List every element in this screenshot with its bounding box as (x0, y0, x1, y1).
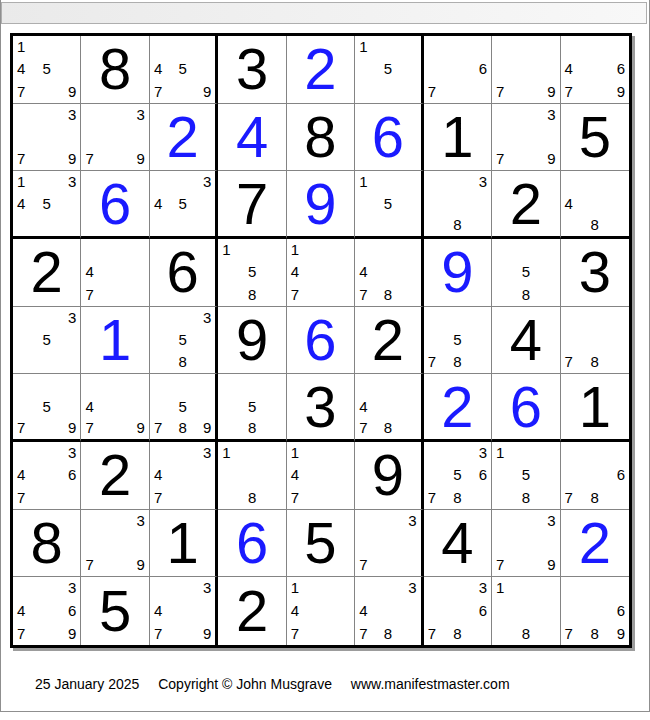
given-digit: 1 (579, 378, 611, 436)
cell-r6c6[interactable]: 478 (355, 374, 423, 442)
solved-digit: 6 (304, 311, 336, 369)
pencil-mark: 4 (17, 59, 37, 80)
pencil-marks: 358 (150, 307, 215, 374)
pencil-mark: 8 (585, 621, 605, 642)
pencil-mark: 1 (291, 241, 311, 262)
cell-r7c7[interactable]: 35678 (424, 442, 492, 510)
pencil-mark: 8 (378, 621, 397, 642)
pencil-marks: 478 (355, 374, 420, 439)
pencil-marks: 6789 (561, 577, 629, 645)
pencil-mark: 1 (496, 579, 516, 600)
cell-r9c8[interactable]: 18 (492, 577, 560, 645)
pencil-marks: 147 (287, 442, 354, 509)
given-digit: 3 (304, 378, 336, 436)
pencil-mark: 7 (85, 416, 105, 436)
cell-r3c6[interactable]: 15 (355, 171, 423, 239)
pencil-mark: 7 (428, 621, 448, 642)
pencil-mark: 7 (291, 282, 311, 303)
pencil-mark: 7 (359, 416, 378, 436)
pencil-mark: 7 (359, 621, 378, 642)
given-digit: 6 (166, 243, 198, 301)
pencil-mark: 7 (428, 79, 448, 100)
pencil-mark: 3 (467, 579, 487, 600)
pencil-mark: 4 (154, 59, 173, 80)
cell-r7c6[interactable]: 9 (355, 442, 423, 510)
pencil-marks: 347 (150, 442, 215, 509)
footer: 25 January 2025 Copyright © John Musgrav… (35, 676, 525, 692)
pencil-mark: 4 (291, 262, 311, 283)
given-digit: 8 (304, 108, 336, 166)
pencil-marks: 379 (492, 104, 559, 171)
pencil-mark: 3 (125, 106, 145, 127)
pencil-mark: 3 (467, 173, 487, 193)
top-bar (1, 2, 647, 24)
cell-r2c5[interactable]: 8 (287, 104, 355, 172)
pencil-mark: 7 (496, 553, 516, 574)
pencil-mark: 9 (192, 79, 211, 100)
cell-r9c5[interactable]: 147 (287, 577, 355, 645)
pencil-marks: 48 (561, 171, 629, 236)
pencil-mark: 5 (242, 262, 262, 283)
cell-r6c9[interactable]: 1 (561, 374, 629, 442)
pencil-mark: 6 (605, 465, 625, 486)
cell-r8c1[interactable]: 8 (13, 510, 81, 578)
pencil-marks: 4679 (561, 36, 629, 103)
cell-r2c1[interactable]: 379 (13, 104, 81, 172)
pencil-mark: 8 (447, 485, 467, 506)
pencil-mark: 6 (57, 465, 77, 486)
cell-r3c9[interactable]: 48 (561, 171, 629, 239)
cell-r3c4[interactable]: 7 (218, 171, 286, 239)
pencil-mark: 4 (17, 465, 37, 486)
pencil-mark: 4 (85, 396, 105, 416)
cell-r7c5[interactable]: 147 (287, 442, 355, 510)
cell-r6c5[interactable]: 3 (287, 374, 355, 442)
pencil-marks: 67 (424, 36, 491, 103)
pencil-mark: 9 (57, 147, 77, 168)
given-digit: 2 (372, 311, 404, 369)
pencil-mark: 4 (565, 59, 585, 80)
pencil-marks: 158 (218, 239, 285, 306)
given-digit: 5 (579, 108, 611, 166)
pencil-marks: 579 (13, 374, 80, 439)
pencil-mark: 9 (125, 416, 145, 436)
pencil-mark: 6 (605, 59, 625, 80)
cell-r1c8[interactable]: 79 (492, 36, 560, 104)
pencil-mark: 3 (57, 106, 77, 127)
cell-r2c8[interactable]: 379 (492, 104, 560, 172)
pencil-mark: 3 (125, 512, 145, 533)
pencil-mark: 4 (359, 396, 378, 416)
cell-r4c7[interactable]: 9 (424, 239, 492, 307)
footer-date: 25 January 2025 (35, 676, 139, 692)
cell-r3c7[interactable]: 38 (424, 171, 492, 239)
pencil-marks: 35678 (424, 442, 491, 509)
cell-r1c4[interactable]: 3 (218, 36, 286, 104)
cell-r3c3[interactable]: 345 (150, 171, 218, 239)
cell-r9c1[interactable]: 34679 (13, 577, 81, 645)
pencil-mark: 9 (536, 79, 556, 100)
pencil-marks: 58 (492, 239, 559, 306)
cell-r9c3[interactable]: 3479 (150, 577, 218, 645)
pencil-mark: 6 (57, 600, 77, 621)
cell-r2c9[interactable]: 5 (561, 104, 629, 172)
cell-r7c2[interactable]: 2 (81, 442, 149, 510)
pencil-mark: 9 (125, 553, 145, 574)
given-digit: 8 (31, 514, 63, 572)
pencil-mark: 7 (565, 350, 585, 371)
solved-digit: 2 (166, 108, 198, 166)
pencil-mark: 7 (359, 553, 378, 574)
pencil-marks: 34679 (13, 577, 80, 645)
pencil-mark: 9 (192, 416, 211, 436)
pencil-mark: 7 (85, 282, 105, 303)
pencil-mark: 3 (57, 173, 77, 193)
cell-r7c4[interactable]: 18 (218, 442, 286, 510)
pencil-mark: 4 (565, 193, 585, 213)
pencil-mark: 9 (57, 416, 77, 436)
pencil-mark: 8 (173, 350, 192, 371)
cell-r3c5[interactable]: 9 (287, 171, 355, 239)
pencil-marks: 14579 (13, 36, 80, 103)
given-digit: 2 (236, 582, 268, 640)
cell-r4c6[interactable]: 478 (355, 239, 423, 307)
given-digit: 4 (510, 311, 542, 369)
pencil-mark: 8 (242, 416, 262, 436)
pencil-mark: 8 (447, 350, 467, 371)
pencil-mark: 1 (359, 173, 378, 193)
given-digit: 2 (31, 243, 63, 301)
pencil-marks: 5789 (150, 374, 215, 439)
pencil-mark: 5 (516, 262, 536, 283)
pencil-mark: 3 (192, 444, 211, 465)
cell-r8c5[interactable]: 5 (287, 510, 355, 578)
cell-r4c9[interactable]: 3 (561, 239, 629, 307)
pencil-marks: 15 (355, 36, 420, 103)
solved-digit: 9 (304, 175, 336, 233)
cell-r3c1[interactable]: 1345 (13, 171, 81, 239)
pencil-mark: 5 (173, 329, 192, 350)
given-digit: 1 (166, 514, 198, 572)
cell-r1c5[interactable]: 2 (287, 36, 355, 104)
pencil-mark: 9 (536, 147, 556, 168)
pencil-mark: 3 (192, 309, 211, 330)
pencil-mark: 1 (496, 444, 516, 465)
cell-r1c3[interactable]: 4579 (150, 36, 218, 104)
pencil-marks: 37 (355, 510, 420, 577)
pencil-mark: 7 (17, 621, 37, 642)
pencil-marks: 478 (355, 239, 420, 306)
pencil-mark: 9 (125, 147, 145, 168)
pencil-mark: 4 (154, 600, 173, 621)
pencil-mark: 1 (222, 241, 242, 262)
pencil-mark: 4 (359, 600, 378, 621)
pencil-mark: 7 (154, 485, 173, 506)
pencil-mark: 8 (516, 485, 536, 506)
pencil-marks: 4579 (150, 36, 215, 103)
cell-r3c2[interactable]: 6 (81, 171, 149, 239)
pencil-mark: 1 (222, 444, 242, 465)
solved-digit: 2 (441, 378, 473, 436)
pencil-mark: 7 (85, 553, 105, 574)
pencil-mark: 5 (447, 465, 467, 486)
pencil-marks: 18 (492, 577, 559, 645)
pencil-mark: 7 (154, 621, 173, 642)
pencil-mark: 3 (57, 579, 77, 600)
pencil-mark: 7 (85, 147, 105, 168)
cell-r1c6[interactable]: 15 (355, 36, 423, 104)
cell-r6c4[interactable]: 58 (218, 374, 286, 442)
pencil-mark: 5 (37, 59, 57, 80)
pencil-mark: 4 (17, 193, 37, 213)
pencil-mark: 7 (17, 416, 37, 436)
pencil-mark: 8 (242, 282, 262, 303)
given-digit: 7 (236, 175, 268, 233)
pencil-mark: 1 (291, 444, 311, 465)
pencil-mark: 3 (536, 106, 556, 127)
pencil-mark: 5 (173, 396, 192, 416)
pencil-marks: 3479 (150, 577, 215, 645)
cell-r6c2[interactable]: 479 (81, 374, 149, 442)
cell-r5c6[interactable]: 2 (355, 307, 423, 375)
pencil-marks: 47 (81, 239, 148, 306)
cell-r5c4[interactable]: 9 (218, 307, 286, 375)
pencil-mark: 1 (359, 38, 378, 59)
cell-r2c4[interactable]: 4 (218, 104, 286, 172)
cell-r9c7[interactable]: 3678 (424, 577, 492, 645)
pencil-mark: 3 (398, 579, 417, 600)
pencil-mark: 8 (447, 621, 467, 642)
pencil-marks: 147 (287, 239, 354, 306)
pencil-mark: 1 (291, 579, 311, 600)
solved-digit: 6 (510, 378, 542, 436)
given-digit: 5 (99, 582, 131, 640)
cell-r4c5[interactable]: 147 (287, 239, 355, 307)
cell-r8c8[interactable]: 379 (492, 510, 560, 578)
pencil-marks: 147 (287, 577, 354, 645)
cell-r4c2[interactable]: 47 (81, 239, 149, 307)
pencil-marks: 18 (218, 442, 285, 509)
cell-r4c4[interactable]: 158 (218, 239, 286, 307)
pencil-mark: 3 (57, 444, 77, 465)
cell-r3c8[interactable]: 2 (492, 171, 560, 239)
pencil-mark: 7 (565, 79, 585, 100)
pencil-mark: 7 (17, 147, 37, 168)
cell-r5c7[interactable]: 578 (424, 307, 492, 375)
footer-copyright: Copyright © John Musgrave (158, 676, 332, 692)
solved-digit: 9 (441, 243, 473, 301)
cell-r8c7[interactable]: 4 (424, 510, 492, 578)
pencil-mark: 1 (17, 173, 37, 193)
pencil-mark: 6 (467, 59, 487, 80)
cell-r2c7[interactable]: 1 (424, 104, 492, 172)
cell-r8c4[interactable]: 6 (218, 510, 286, 578)
cell-r8c2[interactable]: 379 (81, 510, 149, 578)
pencil-mark: 7 (359, 282, 378, 303)
solved-digit: 6 (236, 514, 268, 572)
pencil-marks: 3467 (13, 442, 80, 509)
pencil-marks: 158 (492, 442, 559, 509)
given-digit: 2 (510, 175, 542, 233)
pencil-marks: 58 (218, 374, 285, 439)
pencil-mark: 6 (467, 465, 487, 486)
cell-r8c3[interactable]: 1 (150, 510, 218, 578)
pencil-mark: 7 (496, 79, 516, 100)
pencil-mark: 7 (565, 485, 585, 506)
pencil-mark: 8 (516, 621, 536, 642)
cell-r1c1[interactable]: 14579 (13, 36, 81, 104)
cell-r1c9[interactable]: 4679 (561, 36, 629, 104)
pencil-mark: 7 (291, 621, 311, 642)
cell-r9c4[interactable]: 2 (218, 577, 286, 645)
cell-r1c2[interactable]: 8 (81, 36, 149, 104)
pencil-marks: 379 (13, 104, 80, 171)
cell-r2c2[interactable]: 379 (81, 104, 149, 172)
pencil-marks: 345 (150, 171, 215, 236)
pencil-mark: 5 (37, 396, 57, 416)
pencil-mark: 5 (37, 193, 57, 213)
given-digit: 3 (579, 243, 611, 301)
cell-r4c1[interactable]: 2 (13, 239, 81, 307)
pencil-mark: 3 (536, 512, 556, 533)
pencil-marks: 379 (81, 510, 148, 577)
pencil-marks: 3678 (424, 577, 491, 645)
pencil-mark: 5 (447, 329, 467, 350)
pencil-marks: 379 (81, 104, 148, 171)
pencil-mark: 5 (516, 465, 536, 486)
pencil-mark: 4 (154, 193, 173, 213)
cell-r2c3[interactable]: 2 (150, 104, 218, 172)
cell-r2c6[interactable]: 6 (355, 104, 423, 172)
cell-r9c6[interactable]: 3478 (355, 577, 423, 645)
solved-digit: 2 (579, 514, 611, 572)
pencil-marks: 678 (561, 442, 629, 509)
pencil-marks: 3478 (355, 577, 420, 645)
solved-digit: 1 (99, 311, 131, 369)
pencil-mark: 8 (378, 416, 397, 436)
pencil-marks: 379 (492, 510, 559, 577)
cell-r5c1[interactable]: 35 (13, 307, 81, 375)
pencil-marks: 578 (424, 307, 491, 374)
cell-r9c2[interactable]: 5 (81, 577, 149, 645)
given-digit: 9 (236, 311, 268, 369)
pencil-mark: 4 (291, 465, 311, 486)
cell-r5c3[interactable]: 358 (150, 307, 218, 375)
pencil-mark: 8 (585, 485, 605, 506)
cell-r5c2[interactable]: 1 (81, 307, 149, 375)
pencil-mark: 5 (173, 59, 192, 80)
cell-r8c9[interactable]: 2 (561, 510, 629, 578)
footer-website: www.manifestmaster.com (351, 676, 510, 692)
cell-r8c6[interactable]: 37 (355, 510, 423, 578)
pencil-mark: 7 (496, 147, 516, 168)
pencil-mark: 7 (154, 416, 173, 436)
cell-r4c8[interactable]: 58 (492, 239, 560, 307)
cell-r5c9[interactable]: 78 (561, 307, 629, 375)
given-digit: 1 (441, 108, 473, 166)
pencil-mark: 8 (585, 350, 605, 371)
cell-r7c8[interactable]: 158 (492, 442, 560, 510)
pencil-marks: 79 (492, 36, 559, 103)
pencil-mark: 8 (516, 282, 536, 303)
cell-r6c7[interactable]: 2 (424, 374, 492, 442)
solved-digit: 4 (236, 108, 268, 166)
pencil-mark: 4 (85, 262, 105, 283)
pencil-mark: 7 (428, 485, 448, 506)
pencil-mark: 7 (428, 350, 448, 371)
pencil-mark: 3 (467, 444, 487, 465)
cell-r6c3[interactable]: 5789 (150, 374, 218, 442)
pencil-mark: 7 (565, 621, 585, 642)
pencil-mark: 9 (57, 621, 77, 642)
solved-digit: 6 (99, 175, 131, 233)
cell-r4c3[interactable]: 6 (150, 239, 218, 307)
pencil-mark: 3 (57, 309, 77, 330)
cell-r7c9[interactable]: 678 (561, 442, 629, 510)
pencil-mark: 3 (192, 173, 211, 193)
given-digit: 5 (304, 514, 336, 572)
cell-r6c1[interactable]: 579 (13, 374, 81, 442)
pencil-mark: 5 (242, 396, 262, 416)
pencil-mark: 9 (192, 621, 211, 642)
given-digit: 8 (99, 40, 131, 98)
pencil-mark: 3 (192, 579, 211, 600)
pencil-mark: 8 (242, 485, 262, 506)
pencil-mark: 4 (291, 600, 311, 621)
given-digit: 9 (372, 446, 404, 504)
pencil-mark: 7 (154, 79, 173, 100)
given-digit: 3 (236, 40, 268, 98)
pencil-marks: 78 (561, 307, 629, 374)
given-digit: 2 (99, 446, 131, 504)
pencil-mark: 4 (17, 600, 37, 621)
pencil-marks: 15 (355, 171, 420, 236)
pencil-mark: 4 (154, 465, 173, 486)
pencil-mark: 4 (359, 262, 378, 283)
pencil-mark: 5 (378, 193, 397, 213)
cell-r7c1[interactable]: 3467 (13, 442, 81, 510)
sudoku-board: 1457984579321567794679379379248613795134… (10, 33, 632, 648)
cell-r9c9[interactable]: 6789 (561, 577, 629, 645)
cell-r6c8[interactable]: 6 (492, 374, 560, 442)
cell-r5c5[interactable]: 6 (287, 307, 355, 375)
cell-r1c7[interactable]: 67 (424, 36, 492, 104)
pencil-mark: 8 (585, 213, 605, 233)
pencil-mark: 1 (17, 38, 37, 59)
pencil-marks: 38 (424, 171, 491, 236)
pencil-mark: 5 (173, 193, 192, 213)
pencil-mark: 7 (17, 485, 37, 506)
solved-digit: 2 (304, 40, 336, 98)
pencil-mark: 9 (536, 553, 556, 574)
cell-r5c8[interactable]: 4 (492, 307, 560, 375)
pencil-mark: 9 (605, 79, 625, 100)
given-digit: 4 (441, 514, 473, 572)
pencil-mark: 6 (467, 600, 487, 621)
pencil-marks: 35 (13, 307, 80, 374)
pencil-mark: 7 (17, 79, 37, 100)
pencil-mark: 8 (173, 416, 192, 436)
pencil-mark: 8 (447, 213, 467, 233)
solved-digit: 6 (372, 108, 404, 166)
pencil-mark: 8 (378, 282, 397, 303)
pencil-marks: 1345 (13, 171, 80, 236)
pencil-mark: 6 (605, 600, 625, 621)
pencil-mark: 5 (37, 329, 57, 350)
pencil-marks: 479 (81, 374, 148, 439)
cell-r7c3[interactable]: 347 (150, 442, 218, 510)
pencil-mark: 9 (57, 79, 77, 100)
